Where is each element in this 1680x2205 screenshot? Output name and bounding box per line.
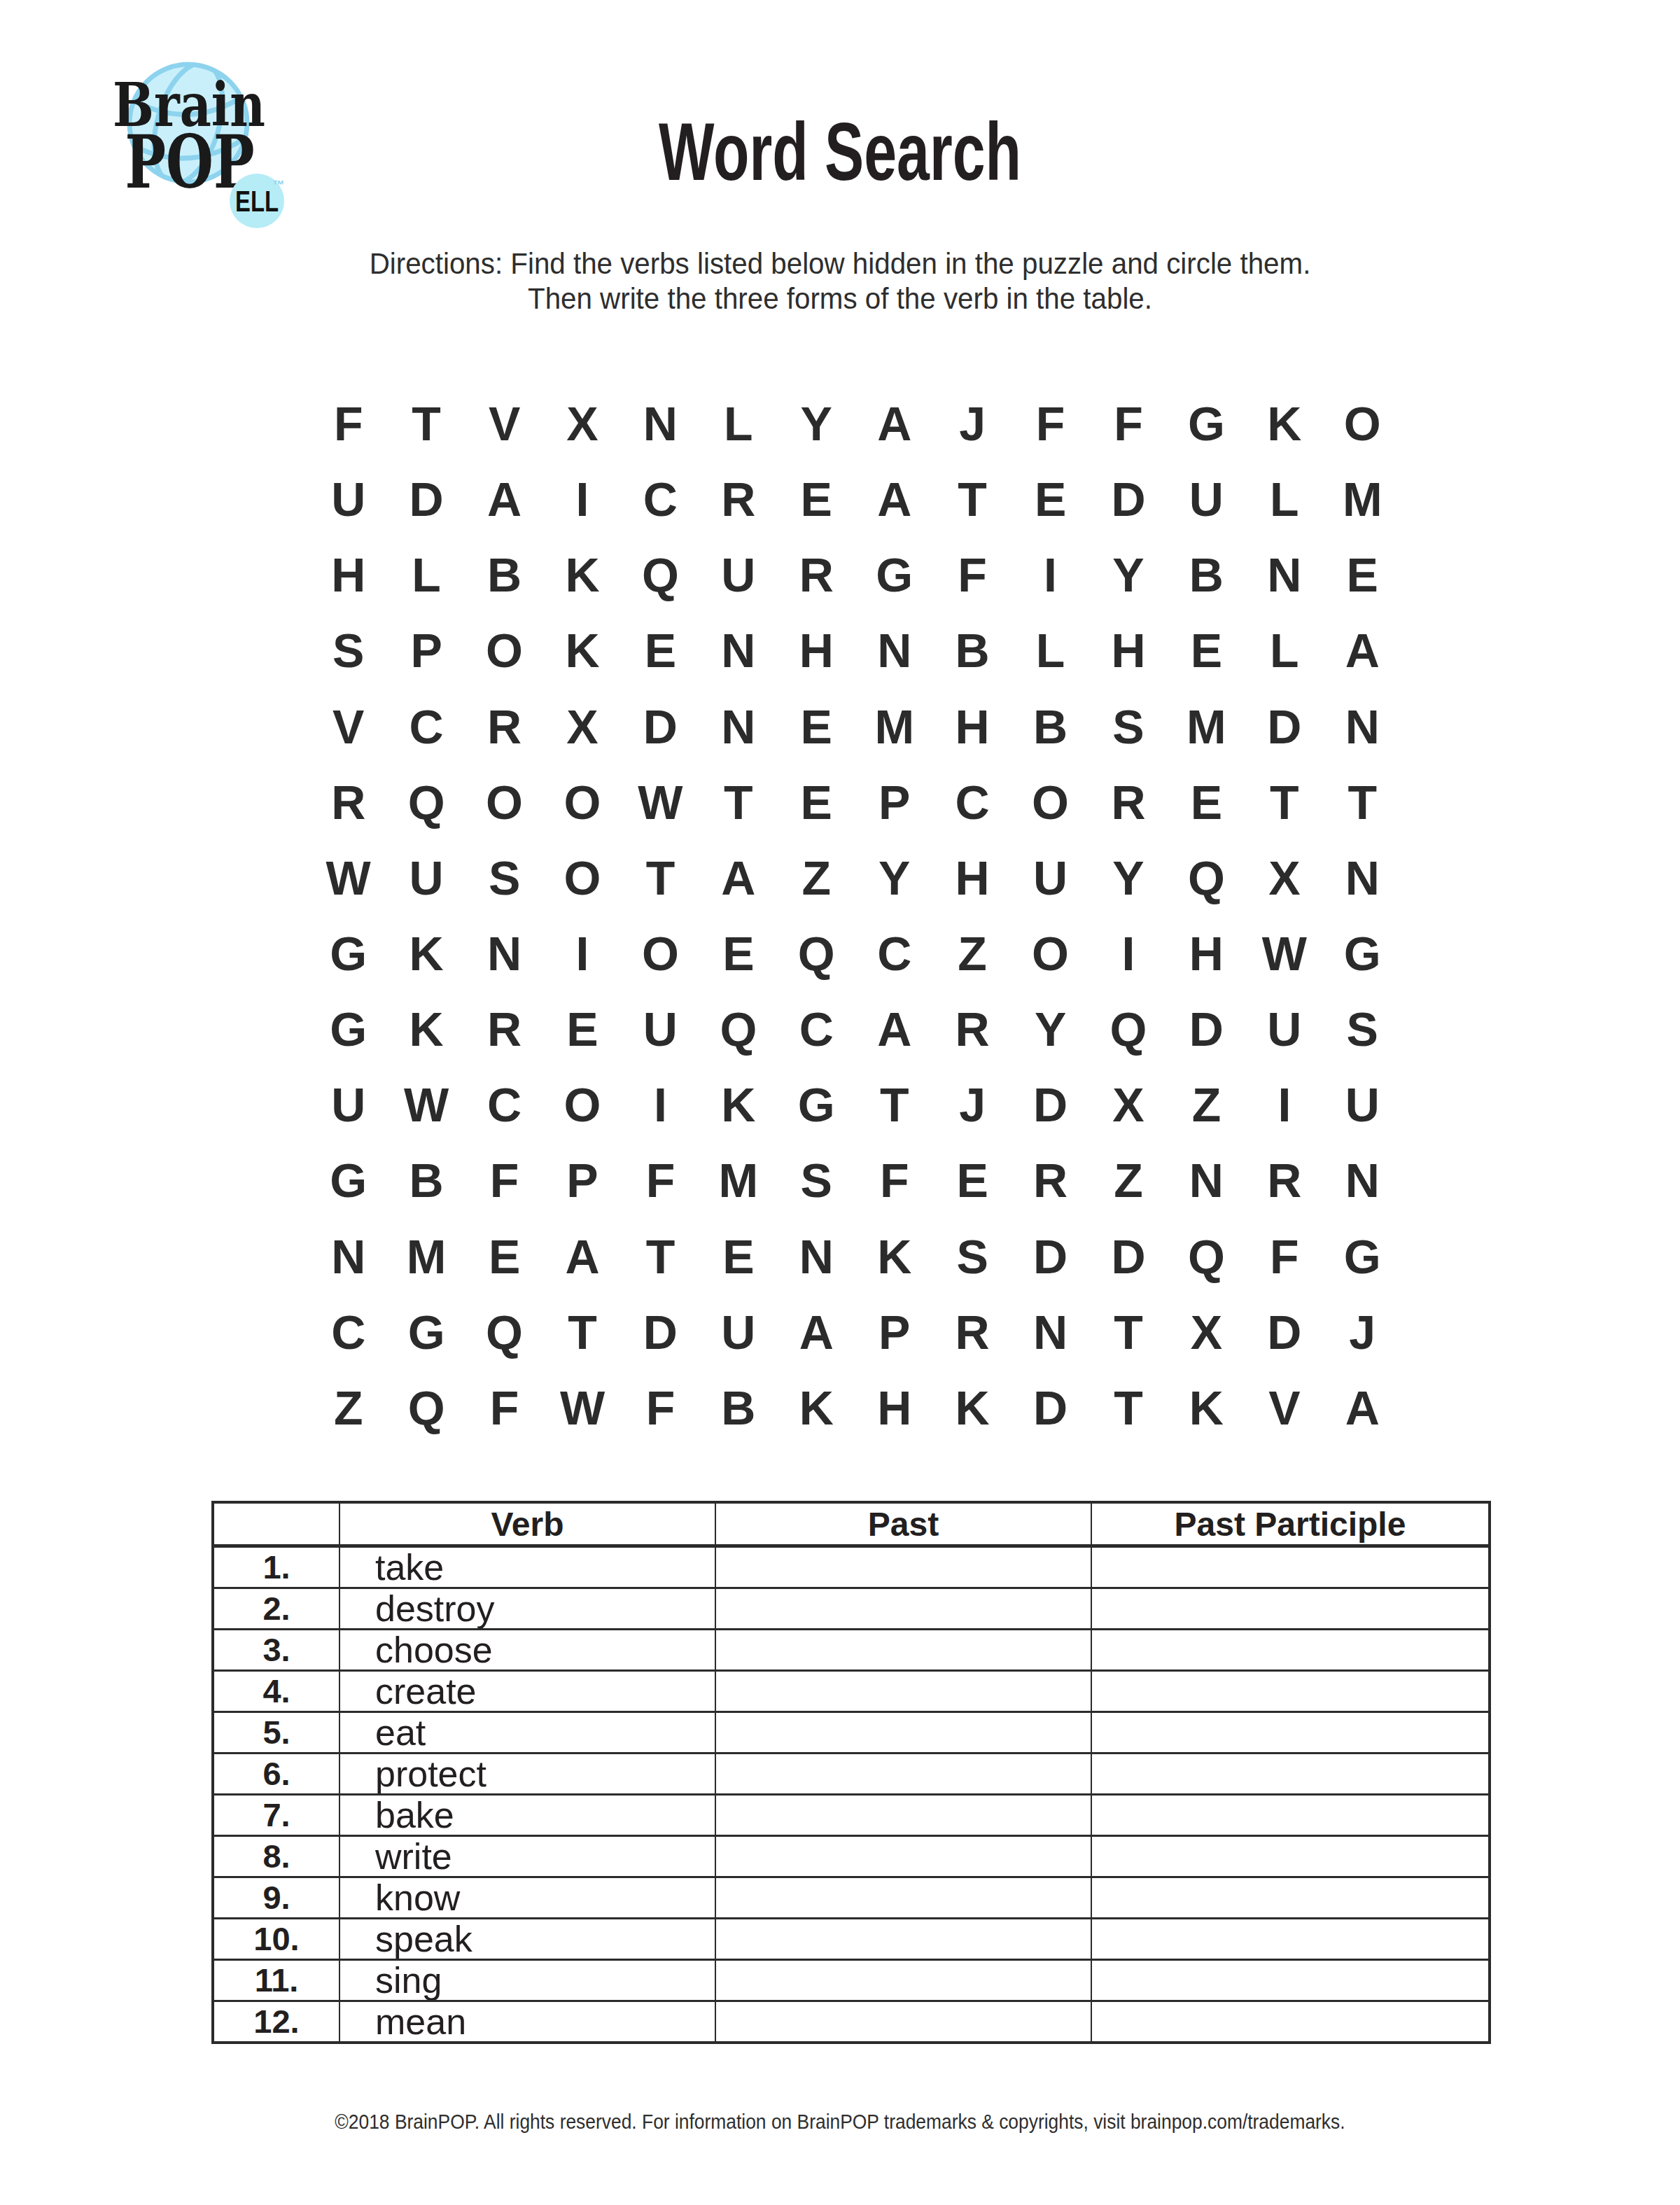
grid-cell-r11c4[interactable]: P: [543, 1142, 621, 1218]
verb-row: 4.create: [213, 1671, 1490, 1712]
grid-cell-r4c11[interactable]: H: [1089, 612, 1167, 688]
directions: Directions: Find the verbs listed below …: [34, 246, 1646, 316]
grid-cell-r5c9[interactable]: H: [933, 689, 1011, 764]
verb-cell: write: [339, 1836, 715, 1877]
past-participle-input-cell[interactable]: [1091, 1753, 1490, 1795]
grid-cell-r3c12[interactable]: B: [1168, 537, 1245, 612]
grid-cell-r4c6[interactable]: N: [699, 612, 777, 688]
grid-cell-r8c9[interactable]: Z: [933, 916, 1011, 991]
grid-cell-r6c2[interactable]: Q: [387, 764, 465, 840]
verb-cell: take: [339, 1546, 715, 1588]
grid-cell-r13c1[interactable]: C: [309, 1294, 387, 1370]
copyright-footer: ©2018 BrainPOP. All rights reserved. For…: [101, 2110, 1579, 2134]
grid-cell-r14c5[interactable]: F: [622, 1370, 699, 1445]
past-input-cell[interactable]: [715, 1712, 1091, 1753]
grid-cell-r3c11[interactable]: Y: [1089, 537, 1167, 612]
grid-cell-r3c7[interactable]: R: [778, 537, 855, 612]
row-number: 2.: [213, 1588, 339, 1630]
grid-cell-r1c14[interactable]: O: [1324, 386, 1401, 461]
grid-cell-r12c9[interactable]: S: [933, 1219, 1011, 1294]
past-participle-input-cell[interactable]: [1091, 1919, 1490, 1960]
verb-cell: eat: [339, 1712, 715, 1753]
grid-cell-r5c6[interactable]: N: [699, 689, 777, 764]
grid-cell-r8c4[interactable]: I: [543, 916, 621, 991]
grid-cell-r6c8[interactable]: P: [855, 764, 933, 840]
grid-cell-r10c4[interactable]: O: [543, 1067, 621, 1142]
grid-cell-r5c12[interactable]: M: [1168, 689, 1245, 764]
grid-cell-r4c9[interactable]: B: [933, 612, 1011, 688]
grid-cell-r7c1[interactable]: W: [309, 840, 387, 916]
past-participle-input-cell[interactable]: [1091, 1712, 1490, 1753]
grid-cell-r8c3[interactable]: N: [465, 916, 543, 991]
grid-cell-r9c3[interactable]: R: [465, 991, 543, 1067]
directions-line2: Then write the three forms of the verb i…: [34, 281, 1646, 316]
grid-cell-r14c9[interactable]: K: [933, 1370, 1011, 1445]
grid-cell-r13c8[interactable]: P: [855, 1294, 933, 1370]
grid-cell-r11c6[interactable]: M: [699, 1142, 777, 1218]
past-participle-input-cell[interactable]: [1091, 1960, 1490, 2001]
grid-cell-r8c1[interactable]: G: [309, 916, 387, 991]
grid-cell-r3c6[interactable]: U: [699, 537, 777, 612]
grid-cell-r12c14[interactable]: G: [1324, 1219, 1401, 1294]
grid-cell-r11c1[interactable]: G: [309, 1142, 387, 1218]
grid-cell-r7c7[interactable]: Z: [778, 840, 855, 916]
grid-cell-r14c6[interactable]: B: [699, 1370, 777, 1445]
grid-cell-r2c6[interactable]: R: [699, 461, 777, 537]
grid-cell-r4c13[interactable]: L: [1245, 612, 1323, 688]
grid-cell-r12c7[interactable]: N: [778, 1219, 855, 1294]
row-number: 9.: [213, 1877, 339, 1919]
grid-cell-r5c4[interactable]: X: [543, 689, 621, 764]
grid-cell-r11c12[interactable]: N: [1168, 1142, 1245, 1218]
grid-cell-r13c13[interactable]: D: [1245, 1294, 1323, 1370]
grid-cell-r7c3[interactable]: S: [465, 840, 543, 916]
verb-cell: sing: [339, 1960, 715, 2001]
grid-cell-r7c6[interactable]: A: [699, 840, 777, 916]
grid-cell-r4c4[interactable]: K: [543, 612, 621, 688]
grid-cell-r7c10[interactable]: U: [1011, 840, 1089, 916]
grid-cell-r12c6[interactable]: E: [699, 1219, 777, 1294]
grid-cell-r5c2[interactable]: C: [387, 689, 465, 764]
grid-cell-r2c9[interactable]: T: [933, 461, 1011, 537]
row-number: 1.: [213, 1546, 339, 1588]
grid-cell-r14c10[interactable]: D: [1011, 1370, 1089, 1445]
past-input-cell[interactable]: [715, 1588, 1091, 1630]
col-header-past-participle: Past Participle: [1091, 1502, 1490, 1546]
row-number: 4.: [213, 1671, 339, 1712]
grid-cell-r5c14[interactable]: N: [1324, 689, 1401, 764]
verb-row: 5.eat: [213, 1712, 1490, 1753]
grid-cell-r12c8[interactable]: K: [855, 1219, 933, 1294]
grid-cell-r3c9[interactable]: F: [933, 537, 1011, 612]
grid-cell-r9c1[interactable]: G: [309, 991, 387, 1067]
grid-cell-r3c1[interactable]: H: [309, 537, 387, 612]
past-input-cell[interactable]: [715, 1877, 1091, 1919]
grid-cell-r13c11[interactable]: T: [1089, 1294, 1167, 1370]
verb-cell: choose: [339, 1630, 715, 1671]
col-header-number: [213, 1502, 339, 1546]
grid-cell-r1c3[interactable]: V: [465, 386, 543, 461]
grid-cell-r11c14[interactable]: N: [1324, 1142, 1401, 1218]
grid-cell-r10c13[interactable]: I: [1245, 1067, 1323, 1142]
grid-cell-r5c10[interactable]: B: [1011, 689, 1089, 764]
grid-cell-r8c11[interactable]: I: [1089, 916, 1167, 991]
grid-cell-r7c8[interactable]: Y: [855, 840, 933, 916]
grid-cell-r10c1[interactable]: U: [309, 1067, 387, 1142]
grid-cell-r4c1[interactable]: S: [309, 612, 387, 688]
grid-cell-r10c10[interactable]: D: [1011, 1067, 1089, 1142]
grid-cell-r6c4[interactable]: O: [543, 764, 621, 840]
verb-cell: bake: [339, 1795, 715, 1836]
grid-cell-r10c11[interactable]: X: [1089, 1067, 1167, 1142]
past-input-cell[interactable]: [715, 1919, 1091, 1960]
grid-cell-r14c12[interactable]: K: [1168, 1370, 1245, 1445]
past-participle-input-cell[interactable]: [1091, 1836, 1490, 1877]
col-header-verb: Verb: [339, 1502, 715, 1546]
grid-cell-r2c14[interactable]: M: [1324, 461, 1401, 537]
past-participle-input-cell[interactable]: [1091, 1588, 1490, 1630]
grid-cell-r5c5[interactable]: D: [622, 689, 699, 764]
grid-cell-r1c6[interactable]: L: [699, 386, 777, 461]
word-search-grid: FTVXNLYAJFFGKOUDAICREATEDULMHLBKQURGFIYB…: [309, 386, 1401, 1445]
grid-cell-r7c5[interactable]: T: [622, 840, 699, 916]
grid-cell-r13c6[interactable]: U: [699, 1294, 777, 1370]
grid-cell-r7c9[interactable]: H: [933, 840, 1011, 916]
directions-line1: Directions: Find the verbs listed below …: [34, 246, 1646, 281]
grid-cell-r8c5[interactable]: O: [622, 916, 699, 991]
past-participle-input-cell[interactable]: [1091, 1546, 1490, 1588]
verb-row: 2.destroy: [213, 1588, 1490, 1630]
grid-cell-r14c1[interactable]: Z: [309, 1370, 387, 1445]
grid-cell-r9c10[interactable]: Y: [1011, 991, 1089, 1067]
grid-cell-r12c13[interactable]: F: [1245, 1219, 1323, 1294]
grid-cell-r2c5[interactable]: C: [622, 461, 699, 537]
grid-cell-r10c3[interactable]: C: [465, 1067, 543, 1142]
grid-cell-r9c12[interactable]: D: [1168, 991, 1245, 1067]
past-input-cell[interactable]: [715, 1753, 1091, 1795]
grid-cell-r2c3[interactable]: A: [465, 461, 543, 537]
past-participle-input-cell[interactable]: [1091, 2001, 1490, 2043]
grid-cell-r3c4[interactable]: K: [543, 537, 621, 612]
grid-cell-r2c1[interactable]: U: [309, 461, 387, 537]
grid-cell-r14c2[interactable]: Q: [387, 1370, 465, 1445]
grid-cell-r6c1[interactable]: R: [309, 764, 387, 840]
verb-cell: destroy: [339, 1588, 715, 1630]
grid-cell-r9c11[interactable]: Q: [1089, 991, 1167, 1067]
grid-cell-r9c14[interactable]: S: [1324, 991, 1401, 1067]
grid-cell-r8c8[interactable]: C: [855, 916, 933, 991]
grid-cell-r11c2[interactable]: B: [387, 1142, 465, 1218]
grid-cell-r7c13[interactable]: X: [1245, 840, 1323, 916]
grid-cell-r2c10[interactable]: E: [1011, 461, 1089, 537]
past-input-cell[interactable]: [715, 1630, 1091, 1671]
grid-cell-r14c8[interactable]: H: [855, 1370, 933, 1445]
grid-cell-r13c9[interactable]: R: [933, 1294, 1011, 1370]
grid-cell-r13c14[interactable]: J: [1324, 1294, 1401, 1370]
grid-cell-r10c14[interactable]: U: [1324, 1067, 1401, 1142]
grid-cell-r12c1[interactable]: N: [309, 1219, 387, 1294]
grid-cell-r1c13[interactable]: K: [1245, 386, 1323, 461]
grid-cell-r12c2[interactable]: M: [387, 1219, 465, 1294]
grid-cell-r7c2[interactable]: U: [387, 840, 465, 916]
grid-cell-r2c8[interactable]: A: [855, 461, 933, 537]
grid-cell-r12c10[interactable]: D: [1011, 1219, 1089, 1294]
grid-cell-r10c8[interactable]: T: [855, 1067, 933, 1142]
grid-cell-r10c9[interactable]: J: [933, 1067, 1011, 1142]
grid-cell-r2c11[interactable]: D: [1089, 461, 1167, 537]
verb-cell: mean: [339, 2001, 715, 2043]
table-header-row: Verb Past Past Participle: [213, 1502, 1490, 1546]
grid-cell-r9c13[interactable]: U: [1245, 991, 1323, 1067]
grid-cell-r6c14[interactable]: T: [1324, 764, 1401, 840]
grid-cell-r6c13[interactable]: T: [1245, 764, 1323, 840]
grid-cell-r4c2[interactable]: P: [387, 612, 465, 688]
grid-cell-r9c4[interactable]: E: [543, 991, 621, 1067]
verb-row: 10.speak: [213, 1919, 1490, 1960]
grid-cell-r2c7[interactable]: E: [778, 461, 855, 537]
grid-cell-r6c9[interactable]: C: [933, 764, 1011, 840]
grid-cell-r7c11[interactable]: Y: [1089, 840, 1167, 916]
past-participle-input-cell[interactable]: [1091, 1671, 1490, 1712]
row-number: 6.: [213, 1753, 339, 1795]
grid-cell-r1c1[interactable]: F: [309, 386, 387, 461]
verb-row: 7.bake: [213, 1795, 1490, 1836]
grid-cell-r12c4[interactable]: A: [543, 1219, 621, 1294]
grid-cell-r11c10[interactable]: R: [1011, 1142, 1089, 1218]
grid-cell-r14c3[interactable]: F: [465, 1370, 543, 1445]
grid-cell-r13c2[interactable]: G: [387, 1294, 465, 1370]
grid-cell-r8c6[interactable]: E: [699, 916, 777, 991]
verb-row: 3.choose: [213, 1630, 1490, 1671]
grid-cell-r3c13[interactable]: N: [1245, 537, 1323, 612]
grid-cell-r8c13[interactable]: W: [1245, 916, 1323, 991]
page-title: Word Search: [235, 111, 1445, 192]
grid-cell-r2c13[interactable]: L: [1245, 461, 1323, 537]
row-number: 12.: [213, 2001, 339, 2043]
verb-row: 8.write: [213, 1836, 1490, 1877]
grid-cell-r6c5[interactable]: W: [622, 764, 699, 840]
grid-cell-r14c7[interactable]: K: [778, 1370, 855, 1445]
grid-cell-r10c5[interactable]: I: [622, 1067, 699, 1142]
past-input-cell[interactable]: [715, 2001, 1091, 2043]
grid-cell-r5c1[interactable]: V: [309, 689, 387, 764]
grid-cell-r13c10[interactable]: N: [1011, 1294, 1089, 1370]
grid-cell-r2c2[interactable]: D: [387, 461, 465, 537]
grid-cell-r3c5[interactable]: Q: [622, 537, 699, 612]
past-input-cell[interactable]: [715, 1960, 1091, 2001]
row-number: 3.: [213, 1630, 339, 1671]
grid-cell-r5c8[interactable]: M: [855, 689, 933, 764]
col-header-past: Past: [715, 1502, 1091, 1546]
grid-cell-r8c7[interactable]: Q: [778, 916, 855, 991]
grid-cell-r11c13[interactable]: R: [1245, 1142, 1323, 1218]
grid-cell-r14c13[interactable]: V: [1245, 1370, 1323, 1445]
grid-cell-r3c14[interactable]: E: [1324, 537, 1401, 612]
grid-cell-r13c12[interactable]: X: [1168, 1294, 1245, 1370]
past-input-cell[interactable]: [715, 1795, 1091, 1836]
past-participle-input-cell[interactable]: [1091, 1795, 1490, 1836]
grid-cell-r10c2[interactable]: W: [387, 1067, 465, 1142]
grid-cell-r1c2[interactable]: T: [387, 386, 465, 461]
grid-cell-r6c10[interactable]: O: [1011, 764, 1089, 840]
grid-cell-r5c3[interactable]: R: [465, 689, 543, 764]
grid-cell-r5c7[interactable]: E: [778, 689, 855, 764]
worksheet-page: Brain POP ELL ™ Word Search Directions: …: [0, 0, 1680, 2205]
grid-cell-r12c12[interactable]: Q: [1168, 1219, 1245, 1294]
grid-cell-r5c13[interactable]: D: [1245, 689, 1323, 764]
grid-cell-r6c11[interactable]: R: [1089, 764, 1167, 840]
grid-cell-r11c8[interactable]: F: [855, 1142, 933, 1218]
verb-table: Verb Past Past Participle 1.take2.destro…: [211, 1501, 1491, 2044]
grid-cell-r11c5[interactable]: F: [622, 1142, 699, 1218]
grid-cell-r10c12[interactable]: Z: [1168, 1067, 1245, 1142]
grid-cell-r6c3[interactable]: O: [465, 764, 543, 840]
grid-cell-r11c3[interactable]: F: [465, 1142, 543, 1218]
grid-cell-r10c6[interactable]: K: [699, 1067, 777, 1142]
verb-row: 6.protect: [213, 1753, 1490, 1795]
grid-cell-r3c8[interactable]: G: [855, 537, 933, 612]
grid-cell-r5c11[interactable]: S: [1089, 689, 1167, 764]
row-number: 8.: [213, 1836, 339, 1877]
verb-row: 1.take: [213, 1546, 1490, 1588]
grid-cell-r1c4[interactable]: X: [543, 386, 621, 461]
grid-cell-r8c10[interactable]: O: [1011, 916, 1089, 991]
grid-cell-r10c7[interactable]: G: [778, 1067, 855, 1142]
grid-cell-r2c12[interactable]: U: [1168, 461, 1245, 537]
grid-cell-r11c11[interactable]: Z: [1089, 1142, 1167, 1218]
row-number: 7.: [213, 1795, 339, 1836]
grid-cell-r9c5[interactable]: U: [622, 991, 699, 1067]
grid-cell-r9c9[interactable]: R: [933, 991, 1011, 1067]
past-participle-input-cell[interactable]: [1091, 1630, 1490, 1671]
grid-cell-r14c4[interactable]: W: [543, 1370, 621, 1445]
grid-cell-r7c12[interactable]: Q: [1168, 840, 1245, 916]
grid-cell-r6c7[interactable]: E: [778, 764, 855, 840]
grid-cell-r13c4[interactable]: T: [543, 1294, 621, 1370]
grid-cell-r9c6[interactable]: Q: [699, 991, 777, 1067]
grid-cell-r1c12[interactable]: G: [1168, 386, 1245, 461]
grid-cell-r9c2[interactable]: K: [387, 991, 465, 1067]
verb-cell: create: [339, 1671, 715, 1712]
grid-cell-r11c9[interactable]: E: [933, 1142, 1011, 1218]
grid-cell-r3c10[interactable]: I: [1011, 537, 1089, 612]
grid-cell-r1c10[interactable]: F: [1011, 386, 1089, 461]
grid-cell-r1c5[interactable]: N: [622, 386, 699, 461]
row-number: 11.: [213, 1960, 339, 2001]
verb-cell: know: [339, 1877, 715, 1919]
grid-cell-r2c4[interactable]: I: [543, 461, 621, 537]
verb-row: 9.know: [213, 1877, 1490, 1919]
verb-row: 11.sing: [213, 1960, 1490, 2001]
verb-row: 12.mean: [213, 2001, 1490, 2043]
grid-cell-r3c3[interactable]: B: [465, 537, 543, 612]
verb-cell: protect: [339, 1753, 715, 1795]
grid-cell-r14c11[interactable]: T: [1089, 1370, 1167, 1445]
grid-cell-r1c11[interactable]: F: [1089, 386, 1167, 461]
row-number: 10.: [213, 1919, 339, 1960]
grid-cell-r9c8[interactable]: A: [855, 991, 933, 1067]
grid-cell-r14c14[interactable]: A: [1324, 1370, 1401, 1445]
grid-cell-r4c14[interactable]: A: [1324, 612, 1401, 688]
past-input-cell[interactable]: [715, 1836, 1091, 1877]
grid-cell-r7c14[interactable]: N: [1324, 840, 1401, 916]
grid-cell-r8c12[interactable]: H: [1168, 916, 1245, 991]
row-number: 5.: [213, 1712, 339, 1753]
grid-cell-r3c2[interactable]: L: [387, 537, 465, 612]
grid-cell-r12c11[interactable]: D: [1089, 1219, 1167, 1294]
grid-cell-r4c3[interactable]: O: [465, 612, 543, 688]
grid-cell-r11c7[interactable]: S: [778, 1142, 855, 1218]
grid-cell-r8c14[interactable]: G: [1324, 916, 1401, 991]
grid-cell-r1c9[interactable]: J: [933, 386, 1011, 461]
grid-cell-r1c7[interactable]: Y: [778, 386, 855, 461]
grid-cell-r4c8[interactable]: N: [855, 612, 933, 688]
grid-cell-r6c6[interactable]: T: [699, 764, 777, 840]
grid-cell-r9c7[interactable]: C: [778, 991, 855, 1067]
grid-cell-r12c3[interactable]: E: [465, 1219, 543, 1294]
grid-cell-r13c5[interactable]: D: [622, 1294, 699, 1370]
grid-cell-r4c7[interactable]: H: [778, 612, 855, 688]
past-participle-input-cell[interactable]: [1091, 1877, 1490, 1919]
grid-cell-r13c7[interactable]: A: [778, 1294, 855, 1370]
grid-cell-r4c10[interactable]: L: [1011, 612, 1089, 688]
past-input-cell[interactable]: [715, 1546, 1091, 1588]
grid-cell-r1c8[interactable]: A: [855, 386, 933, 461]
grid-cell-r13c3[interactable]: Q: [465, 1294, 543, 1370]
grid-cell-r8c2[interactable]: K: [387, 916, 465, 991]
grid-cell-r4c12[interactable]: E: [1168, 612, 1245, 688]
verb-cell: speak: [339, 1919, 715, 1960]
past-input-cell[interactable]: [715, 1671, 1091, 1712]
grid-cell-r7c4[interactable]: O: [543, 840, 621, 916]
grid-cell-r4c5[interactable]: E: [622, 612, 699, 688]
grid-cell-r6c12[interactable]: E: [1168, 764, 1245, 840]
grid-cell-r12c5[interactable]: T: [622, 1219, 699, 1294]
